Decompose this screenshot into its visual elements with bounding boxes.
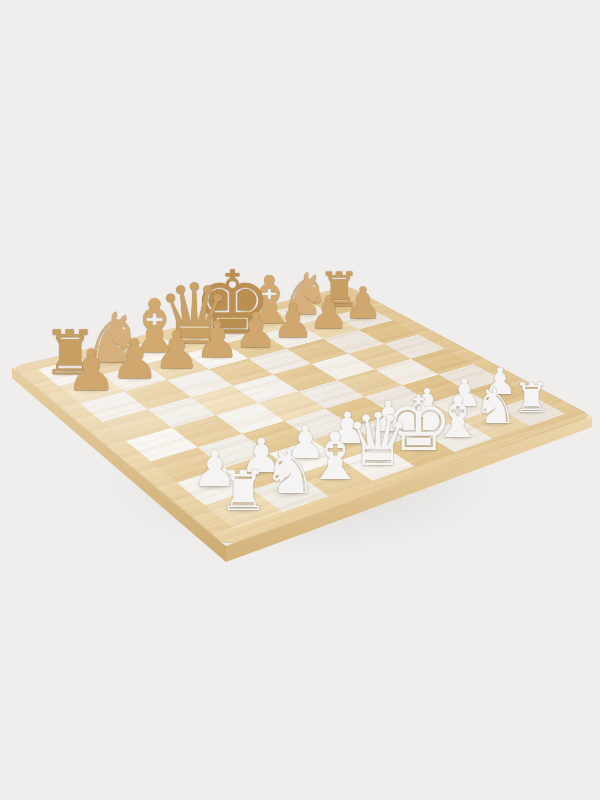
pawn-glyph: ♟ xyxy=(234,306,277,354)
chess-set-product-photo: ♜♞♝♛♚♝♞♜♟♟♟♟♟♟♟♟♟♟♟♟♟♟♟♟♜♞♝♛♚♝♞♜ xyxy=(0,0,600,800)
piece-wood-pawn: ♟ xyxy=(111,333,160,387)
piece-white-rook: ♜ xyxy=(219,464,268,519)
rook-glyph: ♜ xyxy=(219,464,268,519)
pawn-glyph: ♟ xyxy=(111,333,160,387)
pawn-glyph: ♟ xyxy=(194,315,239,365)
piece-wood-pawn: ♟ xyxy=(194,315,239,365)
piece-wood-pawn: ♟ xyxy=(66,342,117,399)
pawn-glyph: ♟ xyxy=(344,282,383,325)
pawn-glyph: ♟ xyxy=(272,298,314,345)
knight-glyph: ♞ xyxy=(263,442,318,504)
piece-wood-pawn: ♟ xyxy=(153,324,200,376)
piece-white-knight: ♞ xyxy=(263,442,318,504)
piece-wood-pawn: ♟ xyxy=(344,282,383,325)
piece-wood-pawn: ♟ xyxy=(309,290,349,335)
piece-wood-pawn: ♟ xyxy=(234,306,277,354)
piece-white-rook: ♜ xyxy=(513,378,549,418)
pawn-glyph: ♟ xyxy=(66,342,117,399)
pieces-layer: ♜♞♝♛♚♝♞♜♟♟♟♟♟♟♟♟♟♟♟♟♟♟♟♟♜♞♝♛♚♝♞♜ xyxy=(0,0,600,800)
piece-wood-pawn: ♟ xyxy=(272,298,314,345)
pawn-glyph: ♟ xyxy=(309,290,349,335)
pawn-glyph: ♟ xyxy=(153,324,200,376)
rook-glyph: ♜ xyxy=(513,378,549,418)
